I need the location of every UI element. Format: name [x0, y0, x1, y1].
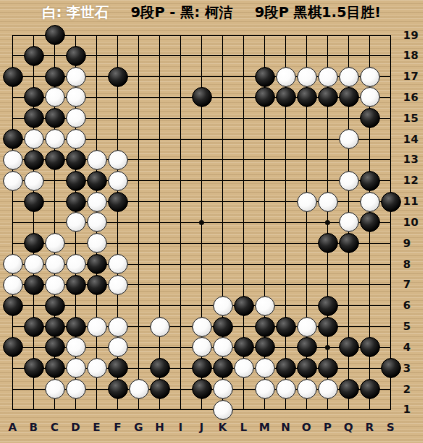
- cell-G1[interactable]: [128, 400, 149, 421]
- cell-R2[interactable]: [359, 379, 380, 400]
- cell-R4[interactable]: [359, 337, 380, 358]
- cell-Q7[interactable]: [338, 275, 359, 296]
- cell-Q14[interactable]: [338, 129, 359, 150]
- cell-A16[interactable]: [2, 87, 23, 108]
- cell-E14[interactable]: [86, 129, 107, 150]
- cell-I11[interactable]: [170, 191, 191, 212]
- cell-Q12[interactable]: [338, 170, 359, 191]
- cell-J5[interactable]: [191, 316, 212, 337]
- cell-I14[interactable]: [170, 129, 191, 150]
- cell-S15[interactable]: [380, 108, 401, 129]
- cell-Q16[interactable]: [338, 87, 359, 108]
- cell-N9[interactable]: [275, 233, 296, 254]
- cell-J6[interactable]: [191, 295, 212, 316]
- cell-M5[interactable]: [254, 316, 275, 337]
- cell-R3[interactable]: [359, 358, 380, 379]
- cell-S6[interactable]: [380, 295, 401, 316]
- cell-M11[interactable]: [254, 191, 275, 212]
- cell-B18[interactable]: [23, 45, 44, 66]
- cell-J14[interactable]: [191, 129, 212, 150]
- cell-S12[interactable]: [380, 170, 401, 191]
- cell-K5[interactable]: [212, 316, 233, 337]
- cell-P16[interactable]: [317, 87, 338, 108]
- cell-N3[interactable]: [275, 358, 296, 379]
- cell-K3[interactable]: [212, 358, 233, 379]
- cell-S2[interactable]: [380, 379, 401, 400]
- cell-S13[interactable]: [380, 150, 401, 171]
- cell-I4[interactable]: [170, 337, 191, 358]
- cell-N13[interactable]: [275, 150, 296, 171]
- cell-H5[interactable]: [149, 316, 170, 337]
- cell-E12[interactable]: [86, 170, 107, 191]
- cell-C16[interactable]: [44, 87, 65, 108]
- cell-P2[interactable]: [317, 379, 338, 400]
- cell-F18[interactable]: [107, 45, 128, 66]
- cell-R5[interactable]: [359, 316, 380, 337]
- cell-P11[interactable]: [317, 191, 338, 212]
- cell-K6[interactable]: [212, 295, 233, 316]
- cell-C15[interactable]: [44, 108, 65, 129]
- cell-A9[interactable]: [2, 233, 23, 254]
- cell-B4[interactable]: [23, 337, 44, 358]
- cell-O2[interactable]: [296, 379, 317, 400]
- cell-P15[interactable]: [317, 108, 338, 129]
- cell-R12[interactable]: [359, 170, 380, 191]
- cell-R8[interactable]: [359, 254, 380, 275]
- cell-I16[interactable]: [170, 87, 191, 108]
- cell-D1[interactable]: [65, 400, 86, 421]
- cell-K18[interactable]: [212, 45, 233, 66]
- cell-G16[interactable]: [128, 87, 149, 108]
- cell-B11[interactable]: [23, 191, 44, 212]
- cell-N19[interactable]: [275, 25, 296, 46]
- cell-B1[interactable]: [23, 400, 44, 421]
- cell-L5[interactable]: [233, 316, 254, 337]
- cell-F9[interactable]: [107, 233, 128, 254]
- cell-J15[interactable]: [191, 108, 212, 129]
- cell-H4[interactable]: [149, 337, 170, 358]
- cell-S3[interactable]: [380, 358, 401, 379]
- cell-J13[interactable]: [191, 150, 212, 171]
- cell-N14[interactable]: [275, 129, 296, 150]
- cell-F15[interactable]: [107, 108, 128, 129]
- cell-F11[interactable]: [107, 191, 128, 212]
- cell-G2[interactable]: [128, 379, 149, 400]
- cell-K15[interactable]: [212, 108, 233, 129]
- cell-L16[interactable]: [233, 87, 254, 108]
- cell-G8[interactable]: [128, 254, 149, 275]
- cell-N16[interactable]: [275, 87, 296, 108]
- cell-M13[interactable]: [254, 150, 275, 171]
- cell-G15[interactable]: [128, 108, 149, 129]
- cell-S17[interactable]: [380, 66, 401, 87]
- cell-G6[interactable]: [128, 295, 149, 316]
- cell-S9[interactable]: [380, 233, 401, 254]
- cell-M9[interactable]: [254, 233, 275, 254]
- cell-I7[interactable]: [170, 275, 191, 296]
- cell-E10[interactable]: [86, 212, 107, 233]
- cell-Q18[interactable]: [338, 45, 359, 66]
- cell-Q9[interactable]: [338, 233, 359, 254]
- cell-J10[interactable]: [191, 212, 212, 233]
- cell-N12[interactable]: [275, 170, 296, 191]
- cell-J2[interactable]: [191, 379, 212, 400]
- cell-S5[interactable]: [380, 316, 401, 337]
- cell-D9[interactable]: [65, 233, 86, 254]
- cell-R9[interactable]: [359, 233, 380, 254]
- cell-A4[interactable]: [2, 337, 23, 358]
- cell-B10[interactable]: [23, 212, 44, 233]
- cell-K7[interactable]: [212, 275, 233, 296]
- cell-H16[interactable]: [149, 87, 170, 108]
- cell-J9[interactable]: [191, 233, 212, 254]
- cell-L14[interactable]: [233, 129, 254, 150]
- cell-F6[interactable]: [107, 295, 128, 316]
- cell-J18[interactable]: [191, 45, 212, 66]
- cell-G18[interactable]: [128, 45, 149, 66]
- cell-K2[interactable]: [212, 379, 233, 400]
- cell-P3[interactable]: [317, 358, 338, 379]
- cell-D17[interactable]: [65, 66, 86, 87]
- cell-Q3[interactable]: [338, 358, 359, 379]
- cell-F12[interactable]: [107, 170, 128, 191]
- cell-S11[interactable]: [380, 191, 401, 212]
- cell-B8[interactable]: [23, 254, 44, 275]
- cell-A11[interactable]: [2, 191, 23, 212]
- cell-P7[interactable]: [317, 275, 338, 296]
- cell-Q5[interactable]: [338, 316, 359, 337]
- cell-R13[interactable]: [359, 150, 380, 171]
- cell-D18[interactable]: [65, 45, 86, 66]
- cell-P18[interactable]: [317, 45, 338, 66]
- cell-M8[interactable]: [254, 254, 275, 275]
- cell-P10[interactable]: [317, 212, 338, 233]
- cell-M17[interactable]: [254, 66, 275, 87]
- cell-N1[interactable]: [275, 400, 296, 421]
- cell-C2[interactable]: [44, 379, 65, 400]
- cell-D13[interactable]: [65, 150, 86, 171]
- cell-E13[interactable]: [86, 150, 107, 171]
- cell-Q17[interactable]: [338, 66, 359, 87]
- cell-C14[interactable]: [44, 129, 65, 150]
- cell-M19[interactable]: [254, 25, 275, 46]
- cell-I18[interactable]: [170, 45, 191, 66]
- cell-N10[interactable]: [275, 212, 296, 233]
- cell-G9[interactable]: [128, 233, 149, 254]
- cell-G7[interactable]: [128, 275, 149, 296]
- cell-M2[interactable]: [254, 379, 275, 400]
- cell-D16[interactable]: [65, 87, 86, 108]
- cell-I15[interactable]: [170, 108, 191, 129]
- cell-M18[interactable]: [254, 45, 275, 66]
- cell-J3[interactable]: [191, 358, 212, 379]
- cell-H15[interactable]: [149, 108, 170, 129]
- cell-N8[interactable]: [275, 254, 296, 275]
- cell-H2[interactable]: [149, 379, 170, 400]
- cell-O19[interactable]: [296, 25, 317, 46]
- cell-D6[interactable]: [65, 295, 86, 316]
- cell-L7[interactable]: [233, 275, 254, 296]
- cell-P9[interactable]: [317, 233, 338, 254]
- cell-A2[interactable]: [2, 379, 23, 400]
- cell-B13[interactable]: [23, 150, 44, 171]
- cell-E11[interactable]: [86, 191, 107, 212]
- cell-A1[interactable]: [2, 400, 23, 421]
- cell-E7[interactable]: [86, 275, 107, 296]
- cell-P8[interactable]: [317, 254, 338, 275]
- cell-K4[interactable]: [212, 337, 233, 358]
- cell-E1[interactable]: [86, 400, 107, 421]
- cell-N5[interactable]: [275, 316, 296, 337]
- cell-D12[interactable]: [65, 170, 86, 191]
- cell-N6[interactable]: [275, 295, 296, 316]
- cell-N15[interactable]: [275, 108, 296, 129]
- cell-S18[interactable]: [380, 45, 401, 66]
- cell-C17[interactable]: [44, 66, 65, 87]
- cell-A7[interactable]: [2, 275, 23, 296]
- cell-S14[interactable]: [380, 129, 401, 150]
- cell-I5[interactable]: [170, 316, 191, 337]
- cell-R14[interactable]: [359, 129, 380, 150]
- cell-C5[interactable]: [44, 316, 65, 337]
- cell-O4[interactable]: [296, 337, 317, 358]
- cell-H7[interactable]: [149, 275, 170, 296]
- cell-A5[interactable]: [2, 316, 23, 337]
- cell-A18[interactable]: [2, 45, 23, 66]
- cell-L4[interactable]: [233, 337, 254, 358]
- cell-L11[interactable]: [233, 191, 254, 212]
- cell-P4[interactable]: [317, 337, 338, 358]
- cell-K12[interactable]: [212, 170, 233, 191]
- cell-S8[interactable]: [380, 254, 401, 275]
- cell-O1[interactable]: [296, 400, 317, 421]
- cell-D3[interactable]: [65, 358, 86, 379]
- cell-O11[interactable]: [296, 191, 317, 212]
- cell-H17[interactable]: [149, 66, 170, 87]
- cell-I9[interactable]: [170, 233, 191, 254]
- cell-J19[interactable]: [191, 25, 212, 46]
- cell-O9[interactable]: [296, 233, 317, 254]
- cell-R10[interactable]: [359, 212, 380, 233]
- cell-C9[interactable]: [44, 233, 65, 254]
- cell-E5[interactable]: [86, 316, 107, 337]
- cell-G11[interactable]: [128, 191, 149, 212]
- cell-K19[interactable]: [212, 25, 233, 46]
- cell-O16[interactable]: [296, 87, 317, 108]
- cell-R6[interactable]: [359, 295, 380, 316]
- cell-A17[interactable]: [2, 66, 23, 87]
- cell-H6[interactable]: [149, 295, 170, 316]
- cell-Q8[interactable]: [338, 254, 359, 275]
- cell-M14[interactable]: [254, 129, 275, 150]
- cell-D19[interactable]: [65, 25, 86, 46]
- cell-S1[interactable]: [380, 400, 401, 421]
- cell-I3[interactable]: [170, 358, 191, 379]
- cell-B16[interactable]: [23, 87, 44, 108]
- cell-N4[interactable]: [275, 337, 296, 358]
- cell-M3[interactable]: [254, 358, 275, 379]
- cell-L10[interactable]: [233, 212, 254, 233]
- cell-O8[interactable]: [296, 254, 317, 275]
- cell-F16[interactable]: [107, 87, 128, 108]
- cell-J11[interactable]: [191, 191, 212, 212]
- cell-L2[interactable]: [233, 379, 254, 400]
- cell-G5[interactable]: [128, 316, 149, 337]
- cell-F1[interactable]: [107, 400, 128, 421]
- cell-O6[interactable]: [296, 295, 317, 316]
- cell-O15[interactable]: [296, 108, 317, 129]
- cell-Q11[interactable]: [338, 191, 359, 212]
- cell-O7[interactable]: [296, 275, 317, 296]
- cell-O3[interactable]: [296, 358, 317, 379]
- cell-F13[interactable]: [107, 150, 128, 171]
- cell-H10[interactable]: [149, 212, 170, 233]
- cell-A14[interactable]: [2, 129, 23, 150]
- cell-R19[interactable]: [359, 25, 380, 46]
- cell-D8[interactable]: [65, 254, 86, 275]
- cell-N7[interactable]: [275, 275, 296, 296]
- cell-O14[interactable]: [296, 129, 317, 150]
- cell-C12[interactable]: [44, 170, 65, 191]
- cell-F3[interactable]: [107, 358, 128, 379]
- cell-D11[interactable]: [65, 191, 86, 212]
- cell-L15[interactable]: [233, 108, 254, 129]
- cell-S7[interactable]: [380, 275, 401, 296]
- cell-S19[interactable]: [380, 25, 401, 46]
- cell-F7[interactable]: [107, 275, 128, 296]
- cell-B17[interactable]: [23, 66, 44, 87]
- cell-I8[interactable]: [170, 254, 191, 275]
- cell-P17[interactable]: [317, 66, 338, 87]
- cell-Q13[interactable]: [338, 150, 359, 171]
- cell-A8[interactable]: [2, 254, 23, 275]
- cell-O10[interactable]: [296, 212, 317, 233]
- cell-C8[interactable]: [44, 254, 65, 275]
- cell-E19[interactable]: [86, 25, 107, 46]
- cell-P19[interactable]: [317, 25, 338, 46]
- cell-J1[interactable]: [191, 400, 212, 421]
- cell-A10[interactable]: [2, 212, 23, 233]
- cell-L9[interactable]: [233, 233, 254, 254]
- cell-F2[interactable]: [107, 379, 128, 400]
- cell-H11[interactable]: [149, 191, 170, 212]
- cell-K8[interactable]: [212, 254, 233, 275]
- cell-Q2[interactable]: [338, 379, 359, 400]
- cell-D7[interactable]: [65, 275, 86, 296]
- cell-P6[interactable]: [317, 295, 338, 316]
- cell-I12[interactable]: [170, 170, 191, 191]
- cell-K9[interactable]: [212, 233, 233, 254]
- cell-E6[interactable]: [86, 295, 107, 316]
- cell-S4[interactable]: [380, 337, 401, 358]
- cell-H9[interactable]: [149, 233, 170, 254]
- cell-L8[interactable]: [233, 254, 254, 275]
- cell-B9[interactable]: [23, 233, 44, 254]
- cell-E16[interactable]: [86, 87, 107, 108]
- cell-B14[interactable]: [23, 129, 44, 150]
- cell-H8[interactable]: [149, 254, 170, 275]
- cell-L1[interactable]: [233, 400, 254, 421]
- cell-M10[interactable]: [254, 212, 275, 233]
- cell-O13[interactable]: [296, 150, 317, 171]
- cell-H18[interactable]: [149, 45, 170, 66]
- cell-H3[interactable]: [149, 358, 170, 379]
- cell-D4[interactable]: [65, 337, 86, 358]
- cell-C18[interactable]: [44, 45, 65, 66]
- cell-A13[interactable]: [2, 150, 23, 171]
- cell-R16[interactable]: [359, 87, 380, 108]
- cell-K13[interactable]: [212, 150, 233, 171]
- cell-I10[interactable]: [170, 212, 191, 233]
- cell-H14[interactable]: [149, 129, 170, 150]
- cell-C19[interactable]: [44, 25, 65, 46]
- cell-A6[interactable]: [2, 295, 23, 316]
- cell-N17[interactable]: [275, 66, 296, 87]
- cell-G10[interactable]: [128, 212, 149, 233]
- cell-A19[interactable]: [2, 25, 23, 46]
- cell-G3[interactable]: [128, 358, 149, 379]
- cell-P1[interactable]: [317, 400, 338, 421]
- cell-M1[interactable]: [254, 400, 275, 421]
- cell-K11[interactable]: [212, 191, 233, 212]
- cell-K16[interactable]: [212, 87, 233, 108]
- cell-E17[interactable]: [86, 66, 107, 87]
- cell-G19[interactable]: [128, 25, 149, 46]
- cell-B5[interactable]: [23, 316, 44, 337]
- cell-E15[interactable]: [86, 108, 107, 129]
- cell-Q10[interactable]: [338, 212, 359, 233]
- cell-J16[interactable]: [191, 87, 212, 108]
- cell-P12[interactable]: [317, 170, 338, 191]
- cell-A3[interactable]: [2, 358, 23, 379]
- cell-R18[interactable]: [359, 45, 380, 66]
- cell-H1[interactable]: [149, 400, 170, 421]
- cell-C11[interactable]: [44, 191, 65, 212]
- cell-H19[interactable]: [149, 25, 170, 46]
- cell-R15[interactable]: [359, 108, 380, 129]
- cell-F4[interactable]: [107, 337, 128, 358]
- cell-Q4[interactable]: [338, 337, 359, 358]
- cell-C13[interactable]: [44, 150, 65, 171]
- cell-F14[interactable]: [107, 129, 128, 150]
- cell-J8[interactable]: [191, 254, 212, 275]
- cell-E8[interactable]: [86, 254, 107, 275]
- cell-G14[interactable]: [128, 129, 149, 150]
- cell-C6[interactable]: [44, 295, 65, 316]
- cell-K10[interactable]: [212, 212, 233, 233]
- cell-J17[interactable]: [191, 66, 212, 87]
- cell-K1[interactable]: [212, 400, 233, 421]
- cell-B19[interactable]: [23, 25, 44, 46]
- cell-F17[interactable]: [107, 66, 128, 87]
- cell-I17[interactable]: [170, 66, 191, 87]
- cell-Q15[interactable]: [338, 108, 359, 129]
- cell-B2[interactable]: [23, 379, 44, 400]
- cell-R11[interactable]: [359, 191, 380, 212]
- cell-F19[interactable]: [107, 25, 128, 46]
- cell-O17[interactable]: [296, 66, 317, 87]
- cell-A15[interactable]: [2, 108, 23, 129]
- cell-I19[interactable]: [170, 25, 191, 46]
- cell-S10[interactable]: [380, 212, 401, 233]
- cell-P5[interactable]: [317, 316, 338, 337]
- cell-Q6[interactable]: [338, 295, 359, 316]
- cell-F10[interactable]: [107, 212, 128, 233]
- cell-L19[interactable]: [233, 25, 254, 46]
- cell-H13[interactable]: [149, 150, 170, 171]
- cell-C1[interactable]: [44, 400, 65, 421]
- cell-L17[interactable]: [233, 66, 254, 87]
